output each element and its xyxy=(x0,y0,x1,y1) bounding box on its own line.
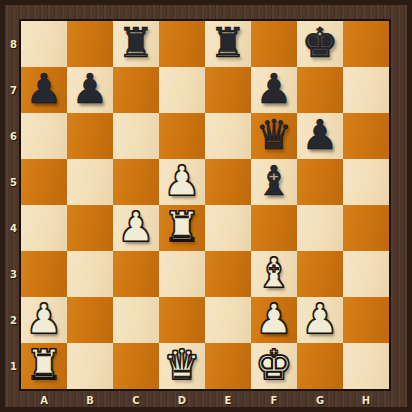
white-pawn[interactable]: ♟ xyxy=(118,207,155,248)
square-d3[interactable] xyxy=(159,251,205,297)
square-h4[interactable] xyxy=(343,205,389,251)
square-g8[interactable]: ♚ xyxy=(297,21,343,67)
square-d6[interactable] xyxy=(159,113,205,159)
white-pawn[interactable]: ♟ xyxy=(256,299,293,340)
black-rook[interactable]: ♜ xyxy=(118,23,155,64)
file-label-e: E xyxy=(205,390,251,410)
square-a3[interactable] xyxy=(21,251,67,297)
square-c6[interactable] xyxy=(113,113,159,159)
rank-label-2: 2 xyxy=(7,297,20,343)
square-a2[interactable]: ♟ xyxy=(21,297,67,343)
square-c4[interactable]: ♟ xyxy=(113,205,159,251)
chess-board: ♜♜♚♟♟♟♛♟♟♝♟♜♝♟♟♟♜♛♚ xyxy=(21,21,389,389)
square-c1[interactable] xyxy=(113,343,159,389)
square-b4[interactable] xyxy=(67,205,113,251)
square-f5[interactable]: ♝ xyxy=(251,159,297,205)
rank-label-3: 3 xyxy=(7,251,20,297)
square-g7[interactable] xyxy=(297,67,343,113)
black-bishop[interactable]: ♝ xyxy=(256,161,293,202)
white-queen[interactable]: ♛ xyxy=(164,345,201,386)
square-h7[interactable] xyxy=(343,67,389,113)
square-a1[interactable]: ♜ xyxy=(21,343,67,389)
square-c5[interactable] xyxy=(113,159,159,205)
square-b3[interactable] xyxy=(67,251,113,297)
white-rook[interactable]: ♜ xyxy=(26,345,63,386)
file-label-c: C xyxy=(113,390,159,410)
square-f4[interactable] xyxy=(251,205,297,251)
white-pawn[interactable]: ♟ xyxy=(302,299,339,340)
square-b6[interactable] xyxy=(67,113,113,159)
square-e2[interactable] xyxy=(205,297,251,343)
square-f3[interactable]: ♝ xyxy=(251,251,297,297)
square-a5[interactable] xyxy=(21,159,67,205)
rank-label-6: 6 xyxy=(7,113,20,159)
square-b7[interactable]: ♟ xyxy=(67,67,113,113)
square-f7[interactable]: ♟ xyxy=(251,67,297,113)
square-h6[interactable] xyxy=(343,113,389,159)
square-e3[interactable] xyxy=(205,251,251,297)
square-g2[interactable]: ♟ xyxy=(297,297,343,343)
square-g6[interactable]: ♟ xyxy=(297,113,343,159)
square-d5[interactable]: ♟ xyxy=(159,159,205,205)
square-b5[interactable] xyxy=(67,159,113,205)
white-pawn[interactable]: ♟ xyxy=(26,299,63,340)
rank-label-4: 4 xyxy=(7,205,20,251)
square-a6[interactable] xyxy=(21,113,67,159)
square-c3[interactable] xyxy=(113,251,159,297)
rank-label-1: 1 xyxy=(7,343,20,389)
rank-label-7: 7 xyxy=(7,67,20,113)
square-g5[interactable] xyxy=(297,159,343,205)
square-h1[interactable] xyxy=(343,343,389,389)
black-rook[interactable]: ♜ xyxy=(210,23,247,64)
black-pawn[interactable]: ♟ xyxy=(302,115,339,156)
white-rook[interactable]: ♜ xyxy=(164,207,201,248)
square-d7[interactable] xyxy=(159,67,205,113)
square-a4[interactable] xyxy=(21,205,67,251)
file-label-d: D xyxy=(159,390,205,410)
square-e5[interactable] xyxy=(205,159,251,205)
black-pawn[interactable]: ♟ xyxy=(26,69,63,110)
square-d8[interactable] xyxy=(159,21,205,67)
rank-label-8: 8 xyxy=(7,21,20,67)
square-c2[interactable] xyxy=(113,297,159,343)
square-c7[interactable] xyxy=(113,67,159,113)
square-e6[interactable] xyxy=(205,113,251,159)
square-b1[interactable] xyxy=(67,343,113,389)
white-pawn[interactable]: ♟ xyxy=(164,161,201,202)
square-g3[interactable] xyxy=(297,251,343,297)
board-frame: ♜♜♚♟♟♟♛♟♟♝♟♜♝♟♟♟♜♛♚ 87654321 ABCDEFGH xyxy=(0,0,412,412)
file-label-f: F xyxy=(251,390,297,410)
square-a7[interactable]: ♟ xyxy=(21,67,67,113)
black-pawn[interactable]: ♟ xyxy=(72,69,109,110)
rank-label-5: 5 xyxy=(7,159,20,205)
square-h8[interactable] xyxy=(343,21,389,67)
file-label-h: H xyxy=(343,390,389,410)
square-e7[interactable] xyxy=(205,67,251,113)
white-king[interactable]: ♚ xyxy=(256,345,293,386)
square-h2[interactable] xyxy=(343,297,389,343)
file-label-b: B xyxy=(67,390,113,410)
square-h3[interactable] xyxy=(343,251,389,297)
square-b8[interactable] xyxy=(67,21,113,67)
square-g4[interactable] xyxy=(297,205,343,251)
square-b2[interactable] xyxy=(67,297,113,343)
square-h5[interactable] xyxy=(343,159,389,205)
square-d4[interactable]: ♜ xyxy=(159,205,205,251)
black-pawn[interactable]: ♟ xyxy=(256,69,293,110)
file-label-g: G xyxy=(297,390,343,410)
square-c8[interactable]: ♜ xyxy=(113,21,159,67)
square-e1[interactable] xyxy=(205,343,251,389)
square-e4[interactable] xyxy=(205,205,251,251)
square-f1[interactable]: ♚ xyxy=(251,343,297,389)
black-queen[interactable]: ♛ xyxy=(256,115,293,156)
square-f6[interactable]: ♛ xyxy=(251,113,297,159)
square-a8[interactable] xyxy=(21,21,67,67)
square-e8[interactable]: ♜ xyxy=(205,21,251,67)
white-bishop[interactable]: ♝ xyxy=(256,253,293,294)
square-f2[interactable]: ♟ xyxy=(251,297,297,343)
square-g1[interactable] xyxy=(297,343,343,389)
file-label-a: A xyxy=(21,390,67,410)
square-d2[interactable] xyxy=(159,297,205,343)
square-f8[interactable] xyxy=(251,21,297,67)
black-king[interactable]: ♚ xyxy=(302,23,339,64)
square-d1[interactable]: ♛ xyxy=(159,343,205,389)
